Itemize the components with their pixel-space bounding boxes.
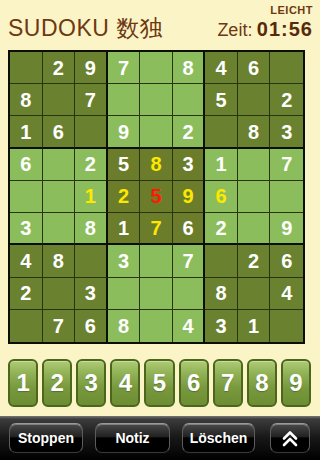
cell-r4c8[interactable] [238,149,271,181]
cell-r6c5[interactable]: 7 [140,213,173,245]
numpad-7[interactable]: 7 [213,359,243,407]
cell-r7c8[interactable]: 2 [238,245,271,277]
cell-r5c6[interactable]: 9 [173,181,206,213]
cell-r2c6[interactable] [173,84,206,116]
cell-r2c8[interactable] [238,84,271,116]
cell-r7c4[interactable]: 3 [108,245,141,277]
cell-r1c5[interactable] [140,52,173,84]
cell-r7c1[interactable]: 4 [10,245,43,277]
cell-r1c1[interactable] [10,52,43,84]
numpad-1[interactable]: 1 [8,359,38,407]
numpad-9[interactable]: 9 [281,359,311,407]
cell-r5c3[interactable]: 1 [75,181,108,213]
cell-r8c1[interactable]: 2 [10,278,43,310]
cell-r8c5[interactable] [140,278,173,310]
cell-r1c6[interactable]: 8 [173,52,206,84]
cell-r1c9[interactable] [270,52,303,84]
cell-r5c8[interactable] [238,181,271,213]
cell-r9c2[interactable]: 7 [43,310,76,342]
cell-r3c5[interactable] [140,116,173,148]
cell-r2c4[interactable] [108,84,141,116]
cell-r6c1[interactable]: 3 [10,213,43,245]
stop-button[interactable]: Stoppen [9,423,83,453]
difficulty-badge: LEICHT [217,4,313,16]
cell-r7c6[interactable]: 7 [173,245,206,277]
cell-r3c6[interactable]: 2 [173,116,206,148]
cell-r2c1[interactable]: 8 [10,84,43,116]
cell-r8c8[interactable] [238,278,271,310]
cell-r2c2[interactable] [43,84,76,116]
cell-r5c1[interactable] [10,181,43,213]
cell-r6c9[interactable]: 9 [270,213,303,245]
cell-r8c3[interactable]: 3 [75,278,108,310]
timer-label: Zeit: [217,20,252,40]
cell-r9c5[interactable] [140,310,173,342]
numpad-6[interactable]: 6 [179,359,209,407]
cell-r1c3[interactable]: 9 [75,52,108,84]
cell-r7c9[interactable]: 6 [270,245,303,277]
cell-r7c2[interactable]: 8 [43,245,76,277]
cell-r3c3[interactable] [75,116,108,148]
cell-r8c9[interactable]: 4 [270,278,303,310]
cell-r4c3[interactable]: 2 [75,149,108,181]
numpad-8[interactable]: 8 [247,359,277,407]
cell-r1c8[interactable]: 6 [238,52,271,84]
cell-r5c2[interactable] [43,181,76,213]
cell-r4c6[interactable]: 3 [173,149,206,181]
cell-r7c5[interactable] [140,245,173,277]
cell-r3c8[interactable]: 8 [238,116,271,148]
cell-r1c4[interactable]: 7 [108,52,141,84]
cell-r9c4[interactable]: 8 [108,310,141,342]
header: SUDOKU 数独 LEICHT Zeit: 01:56 [0,0,320,50]
cell-r6c3[interactable]: 8 [75,213,108,245]
cell-r4c7[interactable]: 1 [205,149,238,181]
cell-r3c4[interactable]: 9 [108,116,141,148]
cell-r7c3[interactable] [75,245,108,277]
timer-value: 01:56 [257,18,313,40]
cell-r1c7[interactable]: 4 [205,52,238,84]
numpad-2[interactable]: 2 [42,359,72,407]
cell-r1c2[interactable]: 2 [43,52,76,84]
collapse-button[interactable] [270,423,310,453]
cell-r5c5[interactable]: 5 [140,181,173,213]
cell-r4c5[interactable]: 8 [140,149,173,181]
cell-r9c6[interactable]: 4 [173,310,206,342]
numpad: 123456789 [8,359,311,407]
timer: Zeit: 01:56 [217,18,313,41]
cell-r6c2[interactable] [43,213,76,245]
cell-r6c7[interactable]: 2 [205,213,238,245]
cell-r3c7[interactable] [205,116,238,148]
cell-r2c5[interactable] [140,84,173,116]
cell-r9c8[interactable]: 1 [238,310,271,342]
cell-r3c1[interactable]: 1 [10,116,43,148]
cell-r2c3[interactable]: 7 [75,84,108,116]
chevron-double-up-icon [279,427,301,449]
cell-r4c4[interactable]: 5 [108,149,141,181]
cell-r5c4[interactable]: 2 [108,181,141,213]
cell-r9c9[interactable] [270,310,303,342]
cell-r9c3[interactable]: 6 [75,310,108,342]
cell-r5c9[interactable] [270,181,303,213]
cell-r8c6[interactable] [173,278,206,310]
cell-r4c1[interactable]: 6 [10,149,43,181]
cell-r3c9[interactable]: 3 [270,116,303,148]
sudoku-board: 2978468752169283625831712596381762948372… [8,50,305,344]
numpad-5[interactable]: 5 [144,359,174,407]
cell-r6c4[interactable]: 1 [108,213,141,245]
cell-r6c6[interactable]: 6 [173,213,206,245]
bottom-toolbar: Stoppen Notiz Löschen [0,416,320,460]
note-button[interactable]: Notiz [95,423,170,453]
cell-r8c4[interactable] [108,278,141,310]
app-title: SUDOKU 数独 [8,13,163,44]
cell-r8c7[interactable]: 8 [205,278,238,310]
cell-r7c7[interactable] [205,245,238,277]
numpad-4[interactable]: 4 [110,359,140,407]
numpad-3[interactable]: 3 [76,359,106,407]
cell-r2c9[interactable]: 2 [270,84,303,116]
cell-r4c2[interactable] [43,149,76,181]
header-right: LEICHT Zeit: 01:56 [217,4,313,41]
cell-r3c2[interactable]: 6 [43,116,76,148]
cell-r6c8[interactable] [238,213,271,245]
cell-r4c9[interactable]: 7 [270,149,303,181]
cell-r9c1[interactable] [10,310,43,342]
cell-r9c7[interactable]: 3 [205,310,238,342]
cell-r2c7[interactable]: 5 [205,84,238,116]
sudoku-app-screen: SUDOKU 数独 LEICHT Zeit: 01:56 29784687521… [0,0,320,460]
delete-button[interactable]: Löschen [182,423,255,453]
cell-r5c7[interactable]: 6 [205,181,238,213]
cell-r8c2[interactable] [43,278,76,310]
